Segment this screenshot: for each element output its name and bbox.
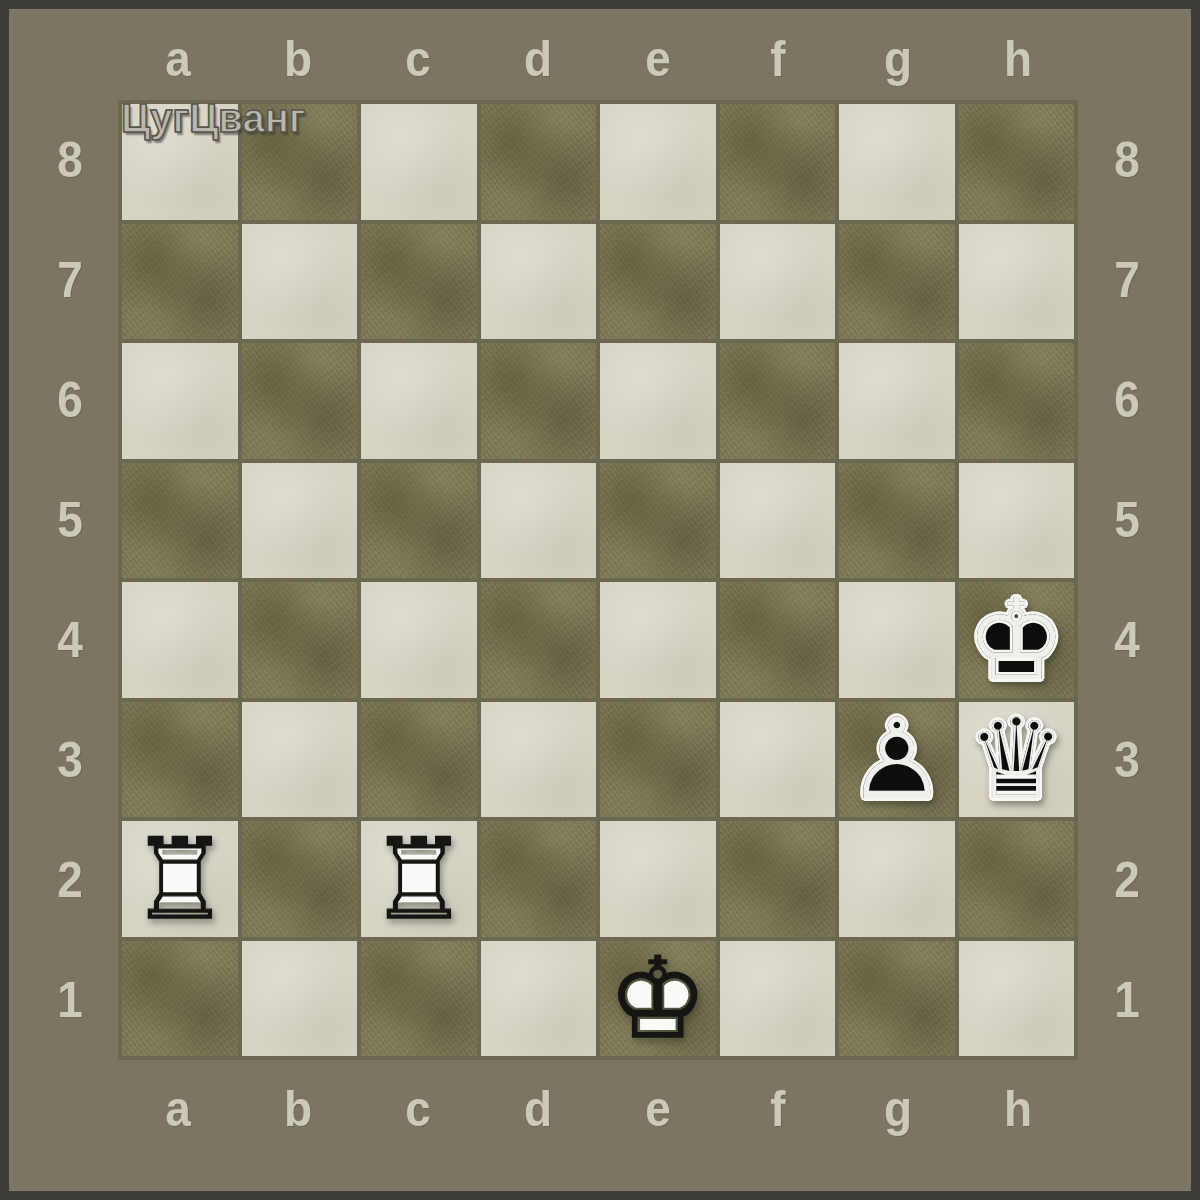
square-h8[interactable] — [959, 104, 1075, 220]
rank-label-2: 2 — [1101, 820, 1153, 940]
file-label-c: c — [363, 1080, 473, 1138]
square-c5[interactable] — [361, 463, 477, 579]
file-labels-top: abcdefgh — [118, 30, 1078, 88]
square-a6[interactable] — [122, 343, 238, 459]
file-label-b: b — [243, 1080, 353, 1138]
rank-labels-left: 87654321 — [42, 100, 98, 1060]
file-label-g: g — [843, 30, 953, 88]
black-king-detail: ♔ — [959, 582, 1075, 698]
square-g3[interactable]: ♟♙ — [839, 702, 955, 818]
chess-board: ♚♔♟♙♛♕♜♖♜♖♚♔ — [118, 100, 1078, 1060]
white-rook-c2[interactable]: ♜♖ — [361, 821, 477, 937]
square-h6[interactable] — [959, 343, 1075, 459]
square-f1[interactable] — [720, 941, 836, 1057]
square-d7[interactable] — [481, 224, 597, 340]
square-g2[interactable] — [839, 821, 955, 937]
square-c2[interactable]: ♜♖ — [361, 821, 477, 937]
square-b5[interactable] — [242, 463, 358, 579]
black-king-h4[interactable]: ♚♔ — [959, 582, 1075, 698]
square-h1[interactable] — [959, 941, 1075, 1057]
square-c7[interactable] — [361, 224, 477, 340]
square-h3[interactable]: ♛♕ — [959, 702, 1075, 818]
rank-label-5: 5 — [1101, 460, 1153, 580]
square-d1[interactable] — [481, 941, 597, 1057]
square-a1[interactable] — [122, 941, 238, 1057]
chess-diagram: abcdefgh abcdefgh 87654321 87654321 ♚♔♟♙… — [0, 0, 1200, 1200]
file-label-f: f — [723, 1080, 833, 1138]
square-c4[interactable] — [361, 582, 477, 698]
black-queen-detail: ♕ — [959, 702, 1075, 818]
square-g8[interactable] — [839, 104, 955, 220]
square-f4[interactable] — [720, 582, 836, 698]
square-d5[interactable] — [481, 463, 597, 579]
rank-label-1: 1 — [1101, 940, 1153, 1060]
rank-labels-right: 87654321 — [1099, 100, 1155, 1060]
rank-label-1: 1 — [44, 940, 96, 1060]
square-c8[interactable] — [361, 104, 477, 220]
square-g7[interactable] — [839, 224, 955, 340]
file-label-h: h — [963, 30, 1073, 88]
file-label-c: c — [363, 30, 473, 88]
square-h2[interactable] — [959, 821, 1075, 937]
white-rook-detail: ♖ — [122, 821, 238, 937]
square-e1[interactable]: ♚♔ — [600, 941, 716, 1057]
square-h7[interactable] — [959, 224, 1075, 340]
rank-label-5: 5 — [44, 460, 96, 580]
square-e6[interactable] — [600, 343, 716, 459]
file-label-e: e — [603, 1080, 713, 1138]
square-b4[interactable] — [242, 582, 358, 698]
square-h4[interactable]: ♚♔ — [959, 582, 1075, 698]
square-e8[interactable] — [600, 104, 716, 220]
file-label-b: b — [243, 30, 353, 88]
square-e5[interactable] — [600, 463, 716, 579]
square-a4[interactable] — [122, 582, 238, 698]
square-h5[interactable] — [959, 463, 1075, 579]
black-pawn-g3[interactable]: ♟♙ — [839, 702, 955, 818]
square-d2[interactable] — [481, 821, 597, 937]
square-g5[interactable] — [839, 463, 955, 579]
square-f7[interactable] — [720, 224, 836, 340]
square-a2[interactable]: ♜♖ — [122, 821, 238, 937]
white-king-e1[interactable]: ♚♔ — [600, 941, 716, 1057]
file-label-d: d — [483, 30, 593, 88]
file-label-d: d — [483, 1080, 593, 1138]
file-label-g: g — [843, 1080, 953, 1138]
rank-label-7: 7 — [44, 220, 96, 340]
square-c6[interactable] — [361, 343, 477, 459]
rank-label-7: 7 — [1101, 220, 1153, 340]
square-d4[interactable] — [481, 582, 597, 698]
file-label-a: a — [123, 30, 233, 88]
square-b1[interactable] — [242, 941, 358, 1057]
square-a3[interactable] — [122, 702, 238, 818]
square-b3[interactable] — [242, 702, 358, 818]
black-queen-h3[interactable]: ♛♕ — [959, 702, 1075, 818]
square-f6[interactable] — [720, 343, 836, 459]
rank-label-8: 8 — [44, 100, 96, 220]
white-rook-detail: ♖ — [361, 821, 477, 937]
square-d3[interactable] — [481, 702, 597, 818]
rank-label-3: 3 — [1101, 700, 1153, 820]
black-pawn-detail: ♙ — [839, 702, 955, 818]
square-f2[interactable] — [720, 821, 836, 937]
file-label-f: f — [723, 30, 833, 88]
rank-label-4: 4 — [1101, 580, 1153, 700]
square-e7[interactable] — [600, 224, 716, 340]
square-e4[interactable] — [600, 582, 716, 698]
rank-label-6: 6 — [44, 340, 96, 460]
rank-label-2: 2 — [44, 820, 96, 940]
square-g6[interactable] — [839, 343, 955, 459]
white-king-detail: ♔ — [600, 941, 716, 1057]
file-label-a: a — [123, 1080, 233, 1138]
square-b6[interactable] — [242, 343, 358, 459]
square-d8[interactable] — [481, 104, 597, 220]
square-g4[interactable] — [839, 582, 955, 698]
square-d6[interactable] — [481, 343, 597, 459]
square-b2[interactable] — [242, 821, 358, 937]
file-label-h: h — [963, 1080, 1073, 1138]
rank-label-6: 6 — [1101, 340, 1153, 460]
white-rook-a2[interactable]: ♜♖ — [122, 821, 238, 937]
square-c3[interactable] — [361, 702, 477, 818]
rank-label-3: 3 — [44, 700, 96, 820]
watermark: ЦугЦванг — [121, 98, 305, 138]
rank-label-8: 8 — [1101, 100, 1153, 220]
square-f5[interactable] — [720, 463, 836, 579]
square-a5[interactable] — [122, 463, 238, 579]
file-labels-bottom: abcdefgh — [118, 1080, 1078, 1138]
square-g1[interactable] — [839, 941, 955, 1057]
file-label-e: e — [603, 30, 713, 88]
rank-label-4: 4 — [44, 580, 96, 700]
square-f8[interactable] — [720, 104, 836, 220]
square-c1[interactable] — [361, 941, 477, 1057]
square-f3[interactable] — [720, 702, 836, 818]
square-e2[interactable] — [600, 821, 716, 937]
square-b7[interactable] — [242, 224, 358, 340]
square-e3[interactable] — [600, 702, 716, 818]
square-a7[interactable] — [122, 224, 238, 340]
